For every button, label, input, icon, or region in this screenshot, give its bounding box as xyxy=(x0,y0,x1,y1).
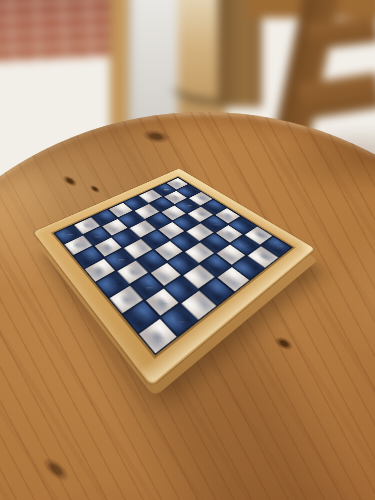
pawn-glyph: ♙ xyxy=(254,239,272,259)
photo-scene: ♖♘♗♕♔♗♘♖♙♙♙♙♙♙♙♙♙♙♙♙♙♙♙♙♖♘♗♕♔♗♘♖ xyxy=(0,0,375,500)
wall-trim xyxy=(110,0,130,132)
pawn-glyph: ♙ xyxy=(237,228,254,247)
square-cell-e4 xyxy=(153,240,184,262)
pawn-glyph: ♙ xyxy=(167,299,189,324)
rook-glyph: ♖ xyxy=(145,313,169,340)
chess-board: ♖♘♗♕♔♗♘♖♙♙♙♙♙♙♙♙♙♙♙♙♙♙♙♙♖♘♗♕♔♗♘♖ xyxy=(70,140,270,340)
